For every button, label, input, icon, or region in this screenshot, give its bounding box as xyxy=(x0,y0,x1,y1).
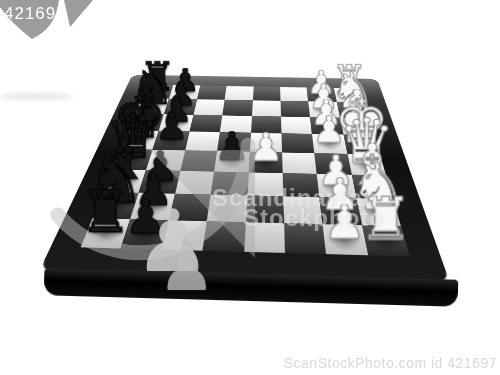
square-h5 xyxy=(225,86,254,100)
square-c6 xyxy=(175,171,214,195)
stock-photo-canvas: ♜♟♟♜♞♟♟♞♝♟♟♝♚♟♟♚♛♟♟♛♝♟♟♝♞♟♟♞♜♟♟♜ ♟ ♟ Sca… xyxy=(0,0,500,375)
square-d3 xyxy=(282,152,317,174)
square-c5 xyxy=(211,172,249,196)
piece-white-pawn-d4: ♟ xyxy=(248,132,283,163)
square-c4 xyxy=(247,172,283,196)
square-a6 xyxy=(162,220,207,251)
square-a5 xyxy=(203,221,246,252)
square-c3 xyxy=(283,173,320,197)
square-d5: ♟ xyxy=(214,151,249,173)
square-b5 xyxy=(207,195,247,222)
piece-white-rook-a1: ♜ xyxy=(359,194,413,242)
square-e3 xyxy=(281,133,314,152)
square-f3 xyxy=(281,116,312,134)
square-g4 xyxy=(252,101,281,117)
square-a1: ♜ xyxy=(362,225,410,256)
square-g6 xyxy=(193,100,224,116)
chessboard: ♜♟♟♜♞♟♟♞♝♟♟♝♚♟♟♚♛♟♟♛♝♟♟♝♞♟♟♞♜♟♟♜ xyxy=(39,75,450,283)
square-g3 xyxy=(280,101,310,117)
board-squares-grid: ♜♟♟♜♞♟♟♞♝♟♟♝♚♟♟♚♛♟♟♛♝♟♟♝♞♟♟♞♜♟♟♜ xyxy=(81,85,410,257)
square-b3 xyxy=(283,197,323,224)
square-h4 xyxy=(252,87,280,102)
square-d6 xyxy=(180,150,217,171)
square-a7: ♟ xyxy=(121,219,169,250)
square-d4: ♟ xyxy=(248,152,282,174)
square-b6 xyxy=(169,194,211,221)
piece-black-pawn-a7: ♟ xyxy=(124,198,166,235)
square-h6 xyxy=(197,86,227,100)
square-g5 xyxy=(222,100,252,116)
piece-black-pawn-d5: ♟ xyxy=(215,131,250,162)
chessboard-3d-scene: ♜♟♟♜♞♟♟♞♝♟♟♝♚♟♟♚♛♟♟♛♝♟♟♝♞♟♟♞♜♟♟♜ xyxy=(0,0,500,375)
square-b4 xyxy=(245,196,284,223)
square-a4 xyxy=(244,222,285,253)
square-h3 xyxy=(280,87,308,102)
square-a3 xyxy=(284,223,326,254)
